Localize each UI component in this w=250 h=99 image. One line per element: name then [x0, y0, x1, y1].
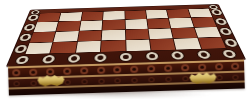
- board-square: [126, 39, 151, 51]
- spiral-motif-icon: [182, 76, 188, 81]
- chess-box: [7, 3, 245, 96]
- spiral-motif-icon: [29, 69, 37, 76]
- spiral-motif-icon: [198, 64, 206, 71]
- spiral-motif-icon: [149, 77, 155, 82]
- board-square: [57, 21, 81, 31]
- spiral-motif-icon: [215, 63, 223, 70]
- board-lid: [7, 5, 245, 67]
- ring-ornament-icon: [223, 39, 238, 47]
- board-square: [191, 17, 216, 27]
- board-square: [125, 19, 147, 29]
- board-square: [125, 10, 146, 19]
- board-square: [103, 11, 124, 20]
- board-square: [78, 30, 102, 41]
- board-square: [25, 42, 52, 54]
- board-square: [167, 9, 190, 18]
- chessboard-grid: [24, 8, 227, 55]
- ring-ornament-icon: [214, 18, 227, 25]
- ring-ornament-icon: [15, 56, 30, 65]
- spiral-motif-icon: [64, 79, 70, 84]
- board-square: [102, 20, 124, 30]
- board-square: [54, 31, 79, 42]
- ring-ornament-icon: [94, 53, 106, 62]
- board-square: [146, 10, 168, 19]
- board-square: [188, 9, 212, 18]
- spiral-motif-icon: [81, 79, 87, 84]
- board-square: [171, 28, 196, 39]
- spiral-motif-icon: [97, 67, 105, 74]
- spiral-motif-icon: [46, 68, 54, 75]
- ring-ornament-icon: [145, 52, 158, 60]
- board-square: [81, 12, 103, 21]
- board-square: [51, 42, 77, 54]
- board-square: [80, 21, 103, 31]
- ring-ornament-icon: [218, 28, 232, 36]
- spiral-motif-icon: [80, 67, 88, 74]
- board-square: [148, 28, 172, 39]
- chess-box-photo: [0, 0, 250, 99]
- spiral-motif-icon: [165, 76, 171, 81]
- spiral-motif-icon: [130, 66, 138, 73]
- spiral-motif-icon: [231, 63, 239, 70]
- spiral-motif-icon: [216, 75, 222, 80]
- board-square: [174, 38, 201, 50]
- spiral-motif-icon: [181, 64, 189, 71]
- ring-ornament-icon: [171, 51, 185, 59]
- spiral-motif-icon: [14, 81, 20, 86]
- spiral-motif-icon: [233, 74, 239, 79]
- spiral-motif-icon: [164, 65, 172, 72]
- ring-ornament-icon: [196, 50, 210, 58]
- spiral-motif-icon: [115, 78, 121, 83]
- spiral-motif-icon: [31, 80, 37, 85]
- spiral-motif-icon: [114, 66, 122, 73]
- board-square: [147, 19, 170, 29]
- board-square: [30, 32, 56, 43]
- board-square: [34, 22, 59, 32]
- ring-ornament-icon: [67, 54, 80, 63]
- ring-ornament-icon: [222, 50, 237, 58]
- board-square: [169, 18, 193, 28]
- board-square: [59, 12, 82, 21]
- spiral-motif-icon: [98, 78, 104, 83]
- spiral-motif-icon: [63, 68, 71, 75]
- board-square: [198, 37, 226, 49]
- board-square: [76, 41, 101, 53]
- board-square: [102, 30, 125, 41]
- board-square: [101, 40, 125, 52]
- spiral-motif-icon: [132, 77, 138, 82]
- board-square: [125, 29, 148, 40]
- board-square: [150, 39, 176, 51]
- spiral-motif-icon: [13, 69, 21, 76]
- ring-ornament-icon: [210, 9, 223, 15]
- ring-ornament-icon: [41, 55, 55, 64]
- board-square: [37, 13, 60, 22]
- board-square: [194, 27, 220, 38]
- ring-ornament-icon: [120, 53, 132, 61]
- spiral-motif-icon: [147, 65, 155, 72]
